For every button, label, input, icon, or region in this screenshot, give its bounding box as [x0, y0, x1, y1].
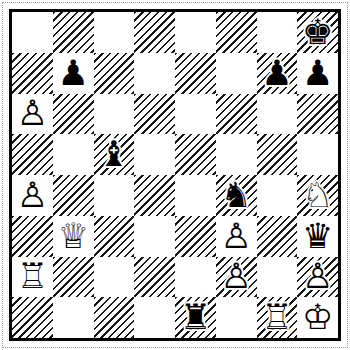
white-pawn-piece[interactable]: ♙: [12, 175, 53, 216]
square-f1[interactable]: [216, 297, 257, 338]
square-a4[interactable]: ♟♙: [12, 175, 53, 216]
square-b7[interactable]: ♟♟: [53, 53, 94, 94]
white-pawn-piece[interactable]: ♙: [12, 94, 53, 135]
square-h1[interactable]: ♚♔: [297, 297, 338, 338]
square-b2[interactable]: [53, 257, 94, 298]
square-e7[interactable]: [175, 53, 216, 94]
square-b1[interactable]: [53, 297, 94, 338]
square-a7[interactable]: [12, 53, 53, 94]
white-queen-piece[interactable]: ♕: [53, 216, 94, 257]
square-g7[interactable]: ♟♟: [257, 53, 298, 94]
square-a6[interactable]: ♟♙: [12, 94, 53, 135]
square-h5[interactable]: [297, 134, 338, 175]
square-a5[interactable]: [12, 134, 53, 175]
square-e1[interactable]: ♜♜: [175, 297, 216, 338]
square-a2[interactable]: ♜♖: [12, 257, 53, 298]
square-h2[interactable]: ♟♙: [297, 257, 338, 298]
square-f5[interactable]: [216, 134, 257, 175]
square-c4[interactable]: [94, 175, 135, 216]
square-g3[interactable]: [257, 216, 298, 257]
square-a3[interactable]: [12, 216, 53, 257]
square-f4[interactable]: ♞♞: [216, 175, 257, 216]
black-rook-piece[interactable]: ♜: [175, 297, 216, 338]
square-f3[interactable]: ♟♙: [216, 216, 257, 257]
white-pawn-piece[interactable]: ♙: [216, 257, 257, 298]
square-e6[interactable]: [175, 94, 216, 135]
square-b6[interactable]: [53, 94, 94, 135]
black-bishop-piece[interactable]: ♝: [94, 134, 135, 175]
square-a1[interactable]: [12, 297, 53, 338]
square-d4[interactable]: [134, 175, 175, 216]
chess-board-frame: ♚♚♟♟♟♟♟♟♟♙♝♝♟♙♞♞♞♘♛♕♟♙♛♛♜♖♟♙♟♙♜♜♜♖♚♔: [9, 9, 341, 341]
square-a8[interactable]: [12, 12, 53, 53]
white-rook-piece[interactable]: ♖: [12, 257, 53, 298]
square-f6[interactable]: [216, 94, 257, 135]
square-d1[interactable]: [134, 297, 175, 338]
black-knight-piece[interactable]: ♞: [216, 175, 257, 216]
square-c5[interactable]: ♝♝: [94, 134, 135, 175]
square-h7[interactable]: ♟♟: [297, 53, 338, 94]
square-d6[interactable]: [134, 94, 175, 135]
square-h3[interactable]: ♛♛: [297, 216, 338, 257]
black-queen-piece[interactable]: ♛: [297, 216, 338, 257]
square-c7[interactable]: [94, 53, 135, 94]
screenshot-root: ♚♚♟♟♟♟♟♟♟♙♝♝♟♙♞♞♞♘♛♕♟♙♛♛♜♖♟♙♟♙♜♜♜♖♚♔: [0, 0, 350, 350]
chess-board: ♚♚♟♟♟♟♟♟♟♙♝♝♟♙♞♞♞♘♛♕♟♙♛♛♜♖♟♙♟♙♜♜♜♖♚♔: [12, 12, 338, 338]
square-f8[interactable]: [216, 12, 257, 53]
square-g5[interactable]: [257, 134, 298, 175]
white-pawn-piece[interactable]: ♙: [216, 216, 257, 257]
square-d5[interactable]: [134, 134, 175, 175]
square-b4[interactable]: [53, 175, 94, 216]
black-pawn-piece[interactable]: ♟: [53, 53, 94, 94]
square-c8[interactable]: [94, 12, 135, 53]
square-d2[interactable]: [134, 257, 175, 298]
white-pawn-piece[interactable]: ♙: [297, 257, 338, 298]
square-g8[interactable]: [257, 12, 298, 53]
white-knight-piece[interactable]: ♘: [297, 175, 338, 216]
square-f7[interactable]: [216, 53, 257, 94]
square-c6[interactable]: [94, 94, 135, 135]
square-e2[interactable]: [175, 257, 216, 298]
square-c3[interactable]: [94, 216, 135, 257]
square-h6[interactable]: [297, 94, 338, 135]
square-e4[interactable]: [175, 175, 216, 216]
square-d8[interactable]: [134, 12, 175, 53]
white-king-piece[interactable]: ♔: [297, 297, 338, 338]
square-e8[interactable]: [175, 12, 216, 53]
square-b3[interactable]: ♛♕: [53, 216, 94, 257]
square-g4[interactable]: [257, 175, 298, 216]
square-e5[interactable]: [175, 134, 216, 175]
square-h8[interactable]: ♚♚: [297, 12, 338, 53]
square-g1[interactable]: ♜♖: [257, 297, 298, 338]
square-d3[interactable]: [134, 216, 175, 257]
square-e3[interactable]: [175, 216, 216, 257]
white-rook-piece[interactable]: ♖: [257, 297, 298, 338]
square-h4[interactable]: ♞♘: [297, 175, 338, 216]
black-king-piece[interactable]: ♚: [297, 12, 338, 53]
black-pawn-piece[interactable]: ♟: [297, 53, 338, 94]
square-g2[interactable]: [257, 257, 298, 298]
square-b5[interactable]: [53, 134, 94, 175]
square-b8[interactable]: [53, 12, 94, 53]
square-d7[interactable]: [134, 53, 175, 94]
square-c2[interactable]: [94, 257, 135, 298]
square-c1[interactable]: [94, 297, 135, 338]
square-f2[interactable]: ♟♙: [216, 257, 257, 298]
black-pawn-piece[interactable]: ♟: [257, 53, 298, 94]
square-g6[interactable]: [257, 94, 298, 135]
